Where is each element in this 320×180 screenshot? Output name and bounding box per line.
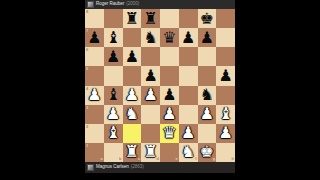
coordinate-rank-label: 6 — [86, 48, 88, 52]
square-g2[interactable] — [198, 124, 217, 143]
square-b5[interactable] — [104, 66, 123, 85]
square-d6[interactable] — [141, 47, 160, 66]
square-d4[interactable]: ♟ — [141, 86, 160, 105]
square-e1[interactable]: e — [160, 143, 179, 162]
piece-black-knight-d7[interactable]: ♞ — [141, 28, 160, 47]
square-f6[interactable] — [179, 47, 198, 66]
avatar-top — [87, 1, 94, 8]
square-d2[interactable] — [141, 124, 160, 143]
coordinate-rank-label: 2 — [86, 125, 88, 129]
square-a1[interactable]: 1a — [85, 143, 104, 162]
piece-black-rook-d8[interactable]: ♜ — [141, 9, 160, 28]
square-d5[interactable]: ♟ — [141, 66, 160, 85]
player-rating-bottom: (2863) — [131, 165, 144, 170]
piece-white-knight-f1[interactable]: ♞ — [179, 143, 198, 162]
square-c2[interactable] — [123, 124, 142, 143]
square-c5[interactable] — [123, 66, 142, 85]
square-f2[interactable]: ♟ — [179, 124, 198, 143]
square-g5[interactable] — [198, 66, 217, 85]
coordinate-rank-label: 3 — [86, 106, 88, 110]
game-column: Roger Rauber (2000) 8♜♜♚7♟♝♞♛♟♟6♟♟5♟♟4♟♝… — [85, 0, 235, 173]
square-f4[interactable] — [179, 86, 198, 105]
square-b3[interactable]: ♟ — [104, 105, 123, 124]
coordinate-rank-label: 5 — [86, 67, 88, 71]
piece-white-pawn-c4[interactable]: ♟ — [123, 86, 142, 105]
square-h4[interactable] — [216, 86, 235, 105]
piece-black-queen-e7[interactable]: ♛ — [160, 28, 179, 47]
coordinate-file-label: b — [119, 157, 121, 161]
square-c3[interactable]: ♞ — [123, 105, 142, 124]
square-c1[interactable]: c♜ — [123, 143, 142, 162]
square-d8[interactable]: ♜ — [141, 9, 160, 28]
square-g4[interactable]: ♞ — [198, 86, 217, 105]
piece-white-king-g1[interactable]: ♚ — [198, 143, 217, 162]
square-a4[interactable]: 4♟ — [85, 86, 104, 105]
piece-white-rook-d1[interactable]: ♜ — [141, 143, 160, 162]
square-a2[interactable]: 2 — [85, 124, 104, 143]
square-a6[interactable]: 6 — [85, 47, 104, 66]
avatar-bottom — [87, 164, 94, 171]
square-h2[interactable]: ♟ — [216, 124, 235, 143]
piece-black-king-g8[interactable]: ♚ — [198, 9, 217, 28]
piece-white-queen-e2[interactable]: ♛ — [160, 124, 179, 143]
piece-black-pawn-h5[interactable]: ♟ — [216, 66, 235, 85]
piece-white-bishop-b2[interactable]: ♝ — [104, 124, 123, 143]
square-h1[interactable]: h — [216, 143, 235, 162]
piece-white-bishop-h3[interactable]: ♝ — [216, 105, 235, 124]
square-e6[interactable] — [160, 47, 179, 66]
piece-black-pawn-e4[interactable]: ♟ — [160, 86, 179, 105]
square-g6[interactable] — [198, 47, 217, 66]
square-b4[interactable]: ♝ — [104, 86, 123, 105]
square-f3[interactable] — [179, 105, 198, 124]
square-f8[interactable] — [179, 9, 198, 28]
piece-black-pawn-a7[interactable]: ♟ — [85, 28, 104, 47]
coordinate-file-label: a — [101, 157, 103, 161]
piece-white-pawn-d4[interactable]: ♟ — [141, 86, 160, 105]
square-b7[interactable]: ♝ — [104, 28, 123, 47]
chess-board: 8♜♜♚7♟♝♞♛♟♟6♟♟5♟♟4♟♝♟♟♟♞3♟♞♟♟♝2♝♛♟♟1abc♜… — [85, 9, 235, 162]
coordinate-file-label: e — [176, 157, 178, 161]
square-e2[interactable]: ♛ — [160, 124, 179, 143]
square-g7[interactable]: ♟ — [198, 28, 217, 47]
piece-white-pawn-g3[interactable]: ♟ — [198, 105, 217, 124]
coordinate-rank-label: 1 — [86, 144, 88, 148]
square-g8[interactable]: ♚ — [198, 9, 217, 28]
square-e8[interactable] — [160, 9, 179, 28]
square-d3[interactable] — [141, 105, 160, 124]
square-g3[interactable]: ♟ — [198, 105, 217, 124]
square-e7[interactable]: ♛ — [160, 28, 179, 47]
square-b1[interactable]: b — [104, 143, 123, 162]
piece-black-knight-g4[interactable]: ♞ — [198, 86, 217, 105]
square-e4[interactable]: ♟ — [160, 86, 179, 105]
square-h5[interactable]: ♟ — [216, 66, 235, 85]
square-h7[interactable] — [216, 28, 235, 47]
player-rating-top: (2000) — [126, 2, 139, 7]
square-c4[interactable]: ♟ — [123, 86, 142, 105]
player-name-top: Roger Rauber — [96, 2, 124, 7]
square-b2[interactable]: ♝ — [104, 124, 123, 143]
square-b8[interactable] — [104, 9, 123, 28]
square-a5[interactable]: 5 — [85, 66, 104, 85]
piece-black-rook-c8[interactable]: ♜ — [123, 9, 142, 28]
piece-black-pawn-f7[interactable]: ♟ — [179, 28, 198, 47]
square-c6[interactable]: ♟ — [123, 47, 142, 66]
piece-white-pawn-a4[interactable]: ♟ — [85, 86, 104, 105]
piece-black-pawn-d5[interactable]: ♟ — [141, 66, 160, 85]
square-a7[interactable]: 7♟ — [85, 28, 104, 47]
video-frame: Roger Rauber (2000) 8♜♜♚7♟♝♞♛♟♟6♟♟5♟♟4♟♝… — [0, 0, 320, 180]
square-h3[interactable]: ♝ — [216, 105, 235, 124]
square-c8[interactable]: ♜ — [123, 9, 142, 28]
piece-black-pawn-g7[interactable]: ♟ — [198, 28, 217, 47]
piece-black-bishop-b7[interactable]: ♝ — [104, 28, 123, 47]
square-f7[interactable]: ♟ — [179, 28, 198, 47]
square-d1[interactable]: d♜ — [141, 143, 160, 162]
square-b6[interactable]: ♟ — [104, 47, 123, 66]
coordinate-file-label: h — [232, 157, 234, 161]
piece-white-pawn-h2[interactable]: ♟ — [216, 124, 235, 143]
piece-white-pawn-b3[interactable]: ♟ — [104, 105, 123, 124]
piece-white-knight-c3[interactable]: ♞ — [123, 105, 142, 124]
piece-white-pawn-f2[interactable]: ♟ — [179, 124, 198, 143]
square-e5[interactable] — [160, 66, 179, 85]
square-h6[interactable] — [216, 47, 235, 66]
piece-black-pawn-c6[interactable]: ♟ — [123, 47, 142, 66]
square-e3[interactable]: ♟ — [160, 105, 179, 124]
piece-black-pawn-b6[interactable]: ♟ — [104, 47, 123, 66]
player-bar-bottom: Magnus Carlsen (2863) — [85, 162, 235, 173]
square-a3[interactable]: 3 — [85, 105, 104, 124]
square-f5[interactable] — [179, 66, 198, 85]
square-h8[interactable] — [216, 9, 235, 28]
player-bar-top: Roger Rauber (2000) — [85, 0, 235, 9]
coordinate-rank-label: 8 — [86, 10, 88, 14]
player-name-bottom: Magnus Carlsen — [96, 165, 129, 170]
square-d7[interactable]: ♞ — [141, 28, 160, 47]
square-g1[interactable]: g♚ — [198, 143, 217, 162]
piece-white-rook-c1[interactable]: ♜ — [123, 143, 142, 162]
square-a8[interactable]: 8 — [85, 9, 104, 28]
square-f1[interactable]: f♞ — [179, 143, 198, 162]
piece-black-bishop-b4[interactable]: ♝ — [104, 86, 123, 105]
square-c7[interactable] — [123, 28, 142, 47]
piece-white-pawn-e3[interactable]: ♟ — [160, 105, 179, 124]
